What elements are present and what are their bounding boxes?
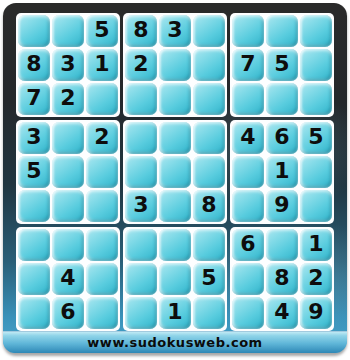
board-frame: 5831728327532538465194651618249 www.sudo… <box>3 3 347 353</box>
cell-r9c6[interactable] <box>193 297 225 329</box>
cell-r7c6[interactable] <box>193 229 225 261</box>
cell-r3c2[interactable]: 2 <box>52 83 84 115</box>
cell-r9c3[interactable] <box>86 297 118 329</box>
footer-bar: www.sudokusweb.com <box>3 331 347 353</box>
cell-r7c3[interactable] <box>86 229 118 261</box>
site-url: www.sudokusweb.com <box>87 335 262 350</box>
cell-r4c4[interactable] <box>125 122 157 154</box>
cell-r5c8[interactable]: 1 <box>266 156 298 188</box>
cell-r7c5[interactable] <box>159 229 191 261</box>
given-digit: 2 <box>60 87 75 109</box>
cell-r1c9[interactable] <box>300 15 332 47</box>
cell-r7c8[interactable] <box>266 229 298 261</box>
cell-r4c6[interactable] <box>193 122 225 154</box>
box-9: 618249 <box>230 227 334 331</box>
given-digit: 3 <box>133 194 148 216</box>
cell-r5c9[interactable] <box>300 156 332 188</box>
cell-r7c2[interactable] <box>52 229 84 261</box>
given-digit: 6 <box>240 233 255 255</box>
given-digit: 9 <box>274 194 289 216</box>
cell-r4c2[interactable] <box>52 122 84 154</box>
cell-r2c5[interactable] <box>159 49 191 81</box>
box-5: 38 <box>123 120 227 224</box>
cell-r7c9[interactable]: 1 <box>300 229 332 261</box>
given-digit: 3 <box>167 19 182 41</box>
cell-r7c4[interactable] <box>125 229 157 261</box>
cell-r5c1[interactable]: 5 <box>18 156 50 188</box>
cell-r6c4[interactable]: 3 <box>125 190 157 222</box>
cell-r4c9[interactable]: 5 <box>300 122 332 154</box>
cell-r4c3[interactable]: 2 <box>86 122 118 154</box>
cell-r6c5[interactable] <box>159 190 191 222</box>
cell-r8c8[interactable]: 8 <box>266 263 298 295</box>
cell-r2c2[interactable]: 3 <box>52 49 84 81</box>
cell-r2c6[interactable] <box>193 49 225 81</box>
cell-r9c1[interactable] <box>18 297 50 329</box>
cell-r2c8[interactable]: 5 <box>266 49 298 81</box>
cell-r3c5[interactable] <box>159 83 191 115</box>
given-digit: 9 <box>308 301 323 323</box>
cell-r3c6[interactable] <box>193 83 225 115</box>
cell-r3c1[interactable]: 7 <box>18 83 50 115</box>
given-digit: 1 <box>94 53 109 75</box>
cell-r9c5[interactable]: 1 <box>159 297 191 329</box>
box-4: 325 <box>16 120 120 224</box>
box-7: 46 <box>16 227 120 331</box>
cell-r5c6[interactable] <box>193 156 225 188</box>
cell-r1c2[interactable] <box>52 15 84 47</box>
given-digit: 2 <box>94 126 109 148</box>
cell-r2c7[interactable]: 7 <box>232 49 264 81</box>
given-digit: 8 <box>201 194 216 216</box>
cell-r8c9[interactable]: 2 <box>300 263 332 295</box>
cell-r3c9[interactable] <box>300 83 332 115</box>
cell-r5c7[interactable] <box>232 156 264 188</box>
given-digit: 5 <box>274 53 289 75</box>
given-digit: 2 <box>308 267 323 289</box>
given-digit: 1 <box>308 233 323 255</box>
given-digit: 8 <box>133 19 148 41</box>
cell-r2c3[interactable]: 1 <box>86 49 118 81</box>
given-digit: 4 <box>60 267 75 289</box>
cell-r5c4[interactable] <box>125 156 157 188</box>
cell-r6c3[interactable] <box>86 190 118 222</box>
cell-r5c3[interactable] <box>86 156 118 188</box>
cell-r6c1[interactable] <box>18 190 50 222</box>
given-digit: 7 <box>240 53 255 75</box>
cell-r5c5[interactable] <box>159 156 191 188</box>
cell-r1c7[interactable] <box>232 15 264 47</box>
cell-r4c7[interactable]: 4 <box>232 122 264 154</box>
cell-r7c7[interactable]: 6 <box>232 229 264 261</box>
given-digit: 6 <box>274 126 289 148</box>
cell-r8c3[interactable] <box>86 263 118 295</box>
cell-r1c8[interactable] <box>266 15 298 47</box>
cell-r2c1[interactable]: 8 <box>18 49 50 81</box>
box-3: 75 <box>230 13 334 117</box>
cell-r7c1[interactable] <box>18 229 50 261</box>
cell-r9c4[interactable] <box>125 297 157 329</box>
cell-r9c8[interactable]: 4 <box>266 297 298 329</box>
cell-r4c5[interactable] <box>159 122 191 154</box>
given-digit: 8 <box>274 267 289 289</box>
cell-r8c5[interactable] <box>159 263 191 295</box>
cell-r3c4[interactable] <box>125 83 157 115</box>
given-digit: 5 <box>201 267 216 289</box>
cell-r8c1[interactable] <box>18 263 50 295</box>
box-6: 46519 <box>230 120 334 224</box>
cell-r3c7[interactable] <box>232 83 264 115</box>
cell-r1c3[interactable]: 5 <box>86 15 118 47</box>
box-8: 51 <box>123 227 227 331</box>
cell-r6c6[interactable]: 8 <box>193 190 225 222</box>
given-digit: 4 <box>274 301 289 323</box>
given-digit: 3 <box>60 53 75 75</box>
given-digit: 5 <box>94 19 109 41</box>
box-1: 583172 <box>16 13 120 117</box>
cell-r1c4[interactable]: 8 <box>125 15 157 47</box>
cell-r1c5[interactable]: 3 <box>159 15 191 47</box>
given-digit: 6 <box>60 301 75 323</box>
given-digit: 3 <box>26 126 41 148</box>
cell-r2c9[interactable] <box>300 49 332 81</box>
cell-r8c6[interactable]: 5 <box>193 263 225 295</box>
cell-r9c7[interactable] <box>232 297 264 329</box>
given-digit: 7 <box>26 87 41 109</box>
cell-r9c9[interactable]: 9 <box>300 297 332 329</box>
given-digit: 8 <box>26 53 41 75</box>
cell-r4c8[interactable]: 6 <box>266 122 298 154</box>
box-2: 832 <box>123 13 227 117</box>
given-digit: 5 <box>26 160 41 182</box>
given-digit: 4 <box>240 126 255 148</box>
cell-r6c9[interactable] <box>300 190 332 222</box>
given-digit: 1 <box>167 301 182 323</box>
cell-r6c2[interactable] <box>52 190 84 222</box>
cell-r5c2[interactable] <box>52 156 84 188</box>
cell-r9c2[interactable]: 6 <box>52 297 84 329</box>
cell-r3c3[interactable] <box>86 83 118 115</box>
given-digit: 2 <box>133 53 148 75</box>
cell-r1c6[interactable] <box>193 15 225 47</box>
sudoku-app: 5831728327532538465194651618249 www.sudo… <box>0 0 350 360</box>
cell-r1c1[interactable] <box>18 15 50 47</box>
given-digit: 1 <box>274 160 289 182</box>
given-digit: 5 <box>308 126 323 148</box>
cell-r3c8[interactable] <box>266 83 298 115</box>
cell-r8c4[interactable] <box>125 263 157 295</box>
cell-r4c1[interactable]: 3 <box>18 122 50 154</box>
cell-r2c4[interactable]: 2 <box>125 49 157 81</box>
cell-r6c8[interactable]: 9 <box>266 190 298 222</box>
sudoku-board: 5831728327532538465194651618249 <box>16 13 334 331</box>
cell-r8c2[interactable]: 4 <box>52 263 84 295</box>
cell-r8c7[interactable] <box>232 263 264 295</box>
cell-r6c7[interactable] <box>232 190 264 222</box>
